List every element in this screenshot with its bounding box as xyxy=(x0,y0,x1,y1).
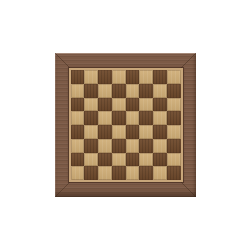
square xyxy=(167,166,181,180)
square xyxy=(84,70,98,84)
square xyxy=(126,139,140,153)
square xyxy=(98,153,112,167)
square xyxy=(98,98,112,112)
square xyxy=(71,139,85,153)
square xyxy=(167,153,181,167)
square xyxy=(167,84,181,98)
square xyxy=(153,84,167,98)
square xyxy=(126,111,140,125)
square xyxy=(139,166,153,180)
square xyxy=(126,70,140,84)
square xyxy=(153,153,167,167)
board-field xyxy=(69,68,183,182)
square xyxy=(139,153,153,167)
square xyxy=(139,98,153,112)
chess-board xyxy=(55,53,196,197)
square xyxy=(153,125,167,139)
square xyxy=(139,139,153,153)
square xyxy=(112,139,126,153)
square xyxy=(98,166,112,180)
square xyxy=(167,98,181,112)
square xyxy=(139,111,153,125)
square xyxy=(71,70,85,84)
square xyxy=(112,125,126,139)
square xyxy=(153,166,167,180)
square xyxy=(153,111,167,125)
square xyxy=(71,111,85,125)
frame-miter-top-left xyxy=(55,53,70,68)
square xyxy=(71,125,85,139)
square xyxy=(98,125,112,139)
square xyxy=(126,166,140,180)
square xyxy=(167,125,181,139)
square xyxy=(139,84,153,98)
square xyxy=(112,153,126,167)
square xyxy=(167,111,181,125)
frame-miter-top-right xyxy=(181,53,196,68)
frame-miter-bottom-right xyxy=(181,182,196,197)
square xyxy=(84,153,98,167)
square xyxy=(84,98,98,112)
square xyxy=(98,70,112,84)
square xyxy=(84,166,98,180)
square xyxy=(126,98,140,112)
square xyxy=(84,84,98,98)
square xyxy=(153,139,167,153)
square xyxy=(98,111,112,125)
board-grid xyxy=(71,70,181,180)
square xyxy=(112,166,126,180)
square xyxy=(126,153,140,167)
square xyxy=(71,166,85,180)
square xyxy=(98,84,112,98)
square xyxy=(71,153,85,167)
square xyxy=(139,125,153,139)
square xyxy=(112,98,126,112)
frame-miter-bottom-left xyxy=(55,182,70,197)
square xyxy=(71,84,85,98)
square xyxy=(126,125,140,139)
square xyxy=(112,111,126,125)
square xyxy=(153,98,167,112)
square xyxy=(84,111,98,125)
square xyxy=(167,139,181,153)
product-photo xyxy=(0,0,250,250)
square xyxy=(84,139,98,153)
square xyxy=(126,84,140,98)
square xyxy=(112,70,126,84)
square xyxy=(112,84,126,98)
square xyxy=(153,70,167,84)
square xyxy=(84,125,98,139)
square xyxy=(71,98,85,112)
square xyxy=(98,139,112,153)
square xyxy=(139,70,153,84)
square xyxy=(167,70,181,84)
